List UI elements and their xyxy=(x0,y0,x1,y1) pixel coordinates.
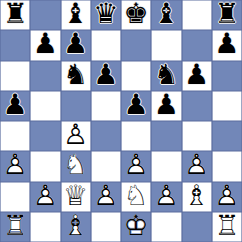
knight-glyph: ♞ xyxy=(61,60,91,90)
piece-black-pawn[interactable]: ♟ xyxy=(182,61,212,91)
square-b6[interactable] xyxy=(30,61,60,91)
square-c7[interactable]: ♟ xyxy=(61,30,91,60)
square-b3[interactable] xyxy=(30,151,60,181)
piece-white-pawn[interactable]: ♟♙ xyxy=(61,121,91,151)
square-a1[interactable]: ♜♖ xyxy=(0,212,30,242)
pawn-glyph-outline: ♙ xyxy=(61,120,91,150)
square-d5[interactable] xyxy=(91,91,121,121)
square-f8[interactable]: ♝ xyxy=(151,0,181,30)
square-e8[interactable]: ♚ xyxy=(121,0,151,30)
pawn-glyph: ♟ xyxy=(30,29,60,59)
square-b1[interactable] xyxy=(30,212,60,242)
rook-glyph: ♜ xyxy=(212,0,242,29)
square-e2[interactable]: ♞♘ xyxy=(121,182,151,212)
piece-white-pawn[interactable]: ♟♙ xyxy=(121,151,151,181)
piece-black-pawn[interactable]: ♟ xyxy=(61,30,91,60)
square-f6[interactable]: ♞ xyxy=(151,61,181,91)
piece-white-king[interactable]: ♚♔ xyxy=(121,212,151,242)
piece-black-pawn[interactable]: ♟ xyxy=(91,61,121,91)
square-f2[interactable]: ♟♙ xyxy=(151,182,181,212)
piece-black-bishop[interactable]: ♝ xyxy=(61,0,91,30)
square-a4[interactable] xyxy=(0,121,30,151)
square-e4[interactable] xyxy=(121,121,151,151)
square-d3[interactable] xyxy=(91,151,121,181)
bishop-glyph-outline: ♗ xyxy=(182,181,212,211)
piece-black-bishop[interactable]: ♝ xyxy=(151,0,181,30)
piece-white-rook[interactable]: ♜♖ xyxy=(212,212,242,242)
square-b2[interactable]: ♟♙ xyxy=(30,182,60,212)
pawn-glyph: ♟ xyxy=(151,90,181,120)
square-e7[interactable] xyxy=(121,30,151,60)
square-h3[interactable] xyxy=(212,151,242,181)
piece-white-bishop[interactable]: ♝♗ xyxy=(182,182,212,212)
square-f4[interactable] xyxy=(151,121,181,151)
square-c1[interactable]: ♝♗ xyxy=(61,212,91,242)
piece-black-pawn[interactable]: ♟ xyxy=(0,91,30,121)
square-g7[interactable] xyxy=(182,30,212,60)
pawn-glyph: ♟ xyxy=(121,90,151,120)
square-b7[interactable]: ♟ xyxy=(30,30,60,60)
square-c3[interactable]: ♞♘ xyxy=(61,151,91,181)
piece-black-knight[interactable]: ♞ xyxy=(151,61,181,91)
square-e3[interactable]: ♟♙ xyxy=(121,151,151,181)
pawn-glyph: ♟ xyxy=(0,90,30,120)
piece-white-pawn[interactable]: ♟♙ xyxy=(91,182,121,212)
queen-glyph-outline: ♕ xyxy=(61,181,91,211)
chess-board: ♜♝♛♚♝♜♟♟♟♞♟♞♟♟♟♟♟♙♟♙♞♘♟♙♟♙♟♙♛♕♟♙♞♘♟♙♝♗♟♙… xyxy=(0,0,242,242)
square-g3[interactable]: ♟♙ xyxy=(182,151,212,181)
piece-white-queen[interactable]: ♛♕ xyxy=(61,182,91,212)
square-b5[interactable] xyxy=(30,91,60,121)
piece-white-knight[interactable]: ♞♘ xyxy=(121,182,151,212)
square-h6[interactable] xyxy=(212,61,242,91)
knight-glyph: ♞ xyxy=(151,60,181,90)
square-g2[interactable]: ♝♗ xyxy=(182,182,212,212)
piece-black-king[interactable]: ♚ xyxy=(121,0,151,30)
pawn-glyph: ♟ xyxy=(61,29,91,59)
piece-black-pawn[interactable]: ♟ xyxy=(121,91,151,121)
square-h1[interactable]: ♜♖ xyxy=(212,212,242,242)
piece-black-rook[interactable]: ♜ xyxy=(212,0,242,30)
pawn-glyph: ♟ xyxy=(182,60,212,90)
pawn-glyph: ♟ xyxy=(212,29,242,59)
pawn-glyph-outline: ♙ xyxy=(30,181,60,211)
square-d1[interactable] xyxy=(91,212,121,242)
square-g1[interactable] xyxy=(182,212,212,242)
piece-white-pawn[interactable]: ♟♙ xyxy=(212,182,242,212)
king-glyph: ♚ xyxy=(121,0,151,29)
piece-black-pawn[interactable]: ♟ xyxy=(151,91,181,121)
square-g4[interactable] xyxy=(182,121,212,151)
square-f1[interactable] xyxy=(151,212,181,242)
square-e5[interactable]: ♟ xyxy=(121,91,151,121)
piece-black-rook[interactable]: ♜ xyxy=(0,0,30,30)
knight-glyph-outline: ♘ xyxy=(121,181,151,211)
pawn-glyph-outline: ♙ xyxy=(91,181,121,211)
king-glyph-outline: ♔ xyxy=(121,211,151,241)
square-h7[interactable]: ♟ xyxy=(212,30,242,60)
square-d7[interactable] xyxy=(91,30,121,60)
rook-glyph-outline: ♖ xyxy=(212,211,242,241)
pawn-glyph-outline: ♙ xyxy=(121,150,151,180)
pawn-glyph-outline: ♙ xyxy=(182,150,212,180)
piece-white-pawn[interactable]: ♟♙ xyxy=(30,182,60,212)
piece-white-bishop[interactable]: ♝♗ xyxy=(61,212,91,242)
knight-glyph-outline: ♘ xyxy=(61,150,91,180)
piece-black-knight[interactable]: ♞ xyxy=(61,61,91,91)
square-d4[interactable] xyxy=(91,121,121,151)
square-c2[interactable]: ♛♕ xyxy=(61,182,91,212)
square-e6[interactable] xyxy=(121,61,151,91)
piece-black-pawn[interactable]: ♟ xyxy=(30,30,60,60)
square-h2[interactable]: ♟♙ xyxy=(212,182,242,212)
queen-glyph: ♛ xyxy=(91,0,121,29)
square-b4[interactable] xyxy=(30,121,60,151)
square-a5[interactable]: ♟ xyxy=(0,91,30,121)
square-d8[interactable]: ♛ xyxy=(91,0,121,30)
square-a3[interactable]: ♟♙ xyxy=(0,151,30,181)
rook-glyph: ♜ xyxy=(0,0,30,29)
bishop-glyph: ♝ xyxy=(61,0,91,29)
square-a8[interactable]: ♜ xyxy=(0,0,30,30)
square-f5[interactable]: ♟ xyxy=(151,91,181,121)
square-g6[interactable]: ♟ xyxy=(182,61,212,91)
piece-white-knight[interactable]: ♞♘ xyxy=(61,151,91,181)
piece-white-pawn[interactable]: ♟♙ xyxy=(0,151,30,181)
piece-black-pawn[interactable]: ♟ xyxy=(212,30,242,60)
rook-glyph-outline: ♖ xyxy=(0,211,30,241)
pawn-glyph: ♟ xyxy=(91,60,121,90)
pawn-glyph-outline: ♙ xyxy=(0,150,30,180)
square-h5[interactable] xyxy=(212,91,242,121)
bishop-glyph: ♝ xyxy=(151,0,181,29)
piece-black-queen[interactable]: ♛ xyxy=(91,0,121,30)
square-a6[interactable] xyxy=(0,61,30,91)
piece-white-pawn[interactable]: ♟♙ xyxy=(182,151,212,181)
square-h8[interactable]: ♜ xyxy=(212,0,242,30)
square-e1[interactable]: ♚♔ xyxy=(121,212,151,242)
square-c6[interactable]: ♞ xyxy=(61,61,91,91)
piece-white-pawn[interactable]: ♟♙ xyxy=(151,182,181,212)
square-c4[interactable]: ♟♙ xyxy=(61,121,91,151)
square-g8[interactable] xyxy=(182,0,212,30)
square-f7[interactable] xyxy=(151,30,181,60)
square-d2[interactable]: ♟♙ xyxy=(91,182,121,212)
pawn-glyph-outline: ♙ xyxy=(212,181,242,211)
pawn-glyph-outline: ♙ xyxy=(151,181,181,211)
square-d6[interactable]: ♟ xyxy=(91,61,121,91)
square-a2[interactable] xyxy=(0,182,30,212)
square-c8[interactable]: ♝ xyxy=(61,0,91,30)
square-c5[interactable] xyxy=(61,91,91,121)
square-h4[interactable] xyxy=(212,121,242,151)
square-b8[interactable] xyxy=(30,0,60,30)
bishop-glyph-outline: ♗ xyxy=(61,211,91,241)
piece-white-rook[interactable]: ♜♖ xyxy=(0,212,30,242)
square-f3[interactable] xyxy=(151,151,181,181)
square-g5[interactable] xyxy=(182,91,212,121)
square-a7[interactable] xyxy=(0,30,30,60)
